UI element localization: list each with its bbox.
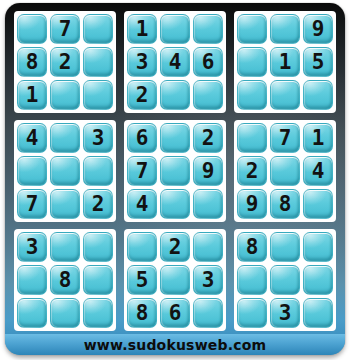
cell-r5c7[interactable]: 2 [237, 156, 267, 186]
cell-r2c2[interactable]: 2 [50, 47, 80, 77]
cell-r7c6[interactable] [193, 232, 223, 262]
cell-r2c5[interactable]: 4 [160, 47, 190, 77]
cell-r5c9[interactable]: 4 [303, 156, 333, 186]
cell-r5c3[interactable] [83, 156, 113, 186]
cell-r8c5[interactable] [160, 265, 190, 295]
cell-r8c9[interactable] [303, 265, 333, 295]
cell-r7c7[interactable]: 8 [237, 232, 267, 262]
cell-r6c9[interactable] [303, 189, 333, 219]
cell-r8c8[interactable] [270, 265, 300, 295]
cell-r9c1[interactable] [17, 298, 47, 328]
cell-r9c3[interactable] [83, 298, 113, 328]
cell-r4c5[interactable] [160, 123, 190, 153]
cell-r1c7[interactable] [237, 14, 267, 44]
cell-r2c9[interactable]: 5 [303, 47, 333, 77]
cell-r9c9[interactable] [303, 298, 333, 328]
box-2: 13462 [124, 11, 226, 113]
cell-r3c6[interactable] [193, 80, 223, 110]
cell-r5c1[interactable] [17, 156, 47, 186]
cell-r6c7[interactable]: 9 [237, 189, 267, 219]
cell-r9c6[interactable] [193, 298, 223, 328]
footer-bar: www.sudokusweb.com [5, 334, 345, 355]
cell-r7c9[interactable] [303, 232, 333, 262]
cell-r6c4[interactable]: 4 [127, 189, 157, 219]
cell-r5c5[interactable] [160, 156, 190, 186]
cell-r8c7[interactable] [237, 265, 267, 295]
cell-r7c8[interactable] [270, 232, 300, 262]
cell-r8c4[interactable]: 5 [127, 265, 157, 295]
cell-r8c2[interactable]: 8 [50, 265, 80, 295]
cell-r5c6[interactable]: 9 [193, 156, 223, 186]
box-7: 38 [14, 229, 116, 331]
cell-r1c4[interactable]: 1 [127, 14, 157, 44]
cell-r6c1[interactable]: 7 [17, 189, 47, 219]
cell-r3c3[interactable] [83, 80, 113, 110]
cell-r3c9[interactable] [303, 80, 333, 110]
cell-r7c3[interactable] [83, 232, 113, 262]
cell-r6c3[interactable]: 2 [83, 189, 113, 219]
cell-r2c4[interactable]: 3 [127, 47, 157, 77]
cell-r2c8[interactable]: 1 [270, 47, 300, 77]
cell-r9c5[interactable]: 6 [160, 298, 190, 328]
cell-r2c1[interactable]: 8 [17, 47, 47, 77]
cell-r4c6[interactable]: 2 [193, 123, 223, 153]
cell-r9c2[interactable] [50, 298, 80, 328]
cell-r1c9[interactable]: 9 [303, 14, 333, 44]
cell-r9c7[interactable] [237, 298, 267, 328]
cell-r6c6[interactable] [193, 189, 223, 219]
cell-r5c8[interactable] [270, 156, 300, 186]
cell-r1c2[interactable]: 7 [50, 14, 80, 44]
cell-r2c7[interactable] [237, 47, 267, 77]
website-url[interactable]: www.sudokusweb.com [84, 337, 267, 353]
cell-r5c4[interactable]: 7 [127, 156, 157, 186]
cell-r7c5[interactable]: 2 [160, 232, 190, 262]
cell-r1c1[interactable] [17, 14, 47, 44]
cell-r3c1[interactable]: 1 [17, 80, 47, 110]
cell-r2c6[interactable]: 6 [193, 47, 223, 77]
cell-r3c4[interactable]: 2 [127, 80, 157, 110]
cell-r9c8[interactable]: 3 [270, 298, 300, 328]
box-1: 7821 [14, 11, 116, 113]
cell-r1c3[interactable] [83, 14, 113, 44]
box-8: 25386 [124, 229, 226, 331]
box-6: 712498 [234, 120, 336, 222]
cell-r8c6[interactable]: 3 [193, 265, 223, 295]
cell-r3c5[interactable] [160, 80, 190, 110]
cell-r4c1[interactable]: 4 [17, 123, 47, 153]
cell-r4c7[interactable] [237, 123, 267, 153]
cell-r1c5[interactable] [160, 14, 190, 44]
cell-r4c3[interactable]: 3 [83, 123, 113, 153]
cell-r5c2[interactable] [50, 156, 80, 186]
cell-r2c3[interactable] [83, 47, 113, 77]
cell-r8c1[interactable] [17, 265, 47, 295]
cell-r1c8[interactable] [270, 14, 300, 44]
box-4: 4372 [14, 120, 116, 222]
cell-r3c2[interactable] [50, 80, 80, 110]
cell-r4c4[interactable]: 6 [127, 123, 157, 153]
cell-r7c1[interactable]: 3 [17, 232, 47, 262]
sudoku-grid: 782113462915437262794712498382538683 [5, 3, 345, 331]
cell-r3c7[interactable] [237, 80, 267, 110]
box-9: 83 [234, 229, 336, 331]
box-3: 915 [234, 11, 336, 113]
cell-r6c8[interactable]: 8 [270, 189, 300, 219]
cell-r6c5[interactable] [160, 189, 190, 219]
cell-r8c3[interactable] [83, 265, 113, 295]
cell-r1c6[interactable] [193, 14, 223, 44]
cell-r6c2[interactable] [50, 189, 80, 219]
cell-r4c9[interactable]: 1 [303, 123, 333, 153]
cell-r4c2[interactable] [50, 123, 80, 153]
cell-r3c8[interactable] [270, 80, 300, 110]
cell-r4c8[interactable]: 7 [270, 123, 300, 153]
cell-r7c4[interactable] [127, 232, 157, 262]
cell-r9c4[interactable]: 8 [127, 298, 157, 328]
sudoku-board: 782113462915437262794712498382538683 www… [5, 3, 345, 355]
cell-r7c2[interactable] [50, 232, 80, 262]
box-5: 62794 [124, 120, 226, 222]
